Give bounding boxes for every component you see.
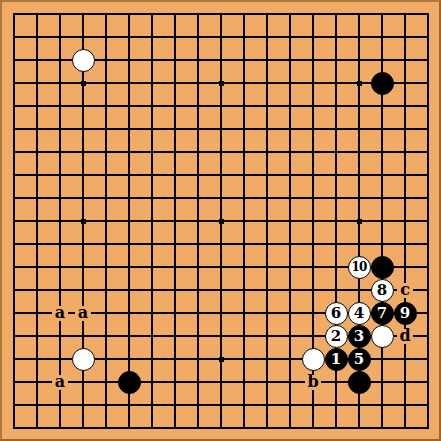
stone-white	[302, 348, 325, 371]
marker-c: c	[397, 283, 413, 298]
marker-d: d	[397, 329, 413, 344]
marker-a: a	[52, 375, 68, 390]
go-board: 10864792315aaabcd	[0, 0, 441, 441]
stone-white-move-6: 6	[325, 302, 348, 325]
marker-b: b	[305, 375, 321, 390]
stone-white-move-4: 4	[348, 302, 371, 325]
move-number: 10	[351, 261, 366, 273]
move-number: 4	[354, 306, 364, 321]
move-number: 9	[400, 306, 410, 321]
move-number: 5	[354, 352, 364, 367]
marker-a: a	[75, 306, 91, 321]
move-number: 6	[331, 306, 341, 321]
stone-white-move-10: 10	[348, 256, 371, 279]
stone-black	[371, 256, 394, 279]
move-number: 3	[354, 329, 364, 344]
stone-black-move-7: 7	[371, 302, 394, 325]
stone-black	[348, 371, 371, 394]
marker-a: a	[52, 306, 68, 321]
move-number: 8	[377, 283, 387, 298]
stone-black-move-5: 5	[348, 348, 371, 371]
move-number: 2	[331, 329, 341, 344]
stone-white	[72, 348, 95, 371]
stone-white-move-2: 2	[325, 325, 348, 348]
stone-black	[371, 72, 394, 95]
stone-black-move-1: 1	[325, 348, 348, 371]
move-number: 1	[331, 352, 341, 367]
stone-white	[371, 325, 394, 348]
stone-white-move-8: 8	[371, 279, 394, 302]
stone-white	[72, 49, 95, 72]
stone-black-move-3: 3	[348, 325, 371, 348]
stone-black	[118, 371, 141, 394]
stone-black-move-9: 9	[394, 302, 417, 325]
move-number: 7	[377, 306, 387, 321]
intersection-grid: 10864792315aaabcd	[3, 3, 440, 440]
